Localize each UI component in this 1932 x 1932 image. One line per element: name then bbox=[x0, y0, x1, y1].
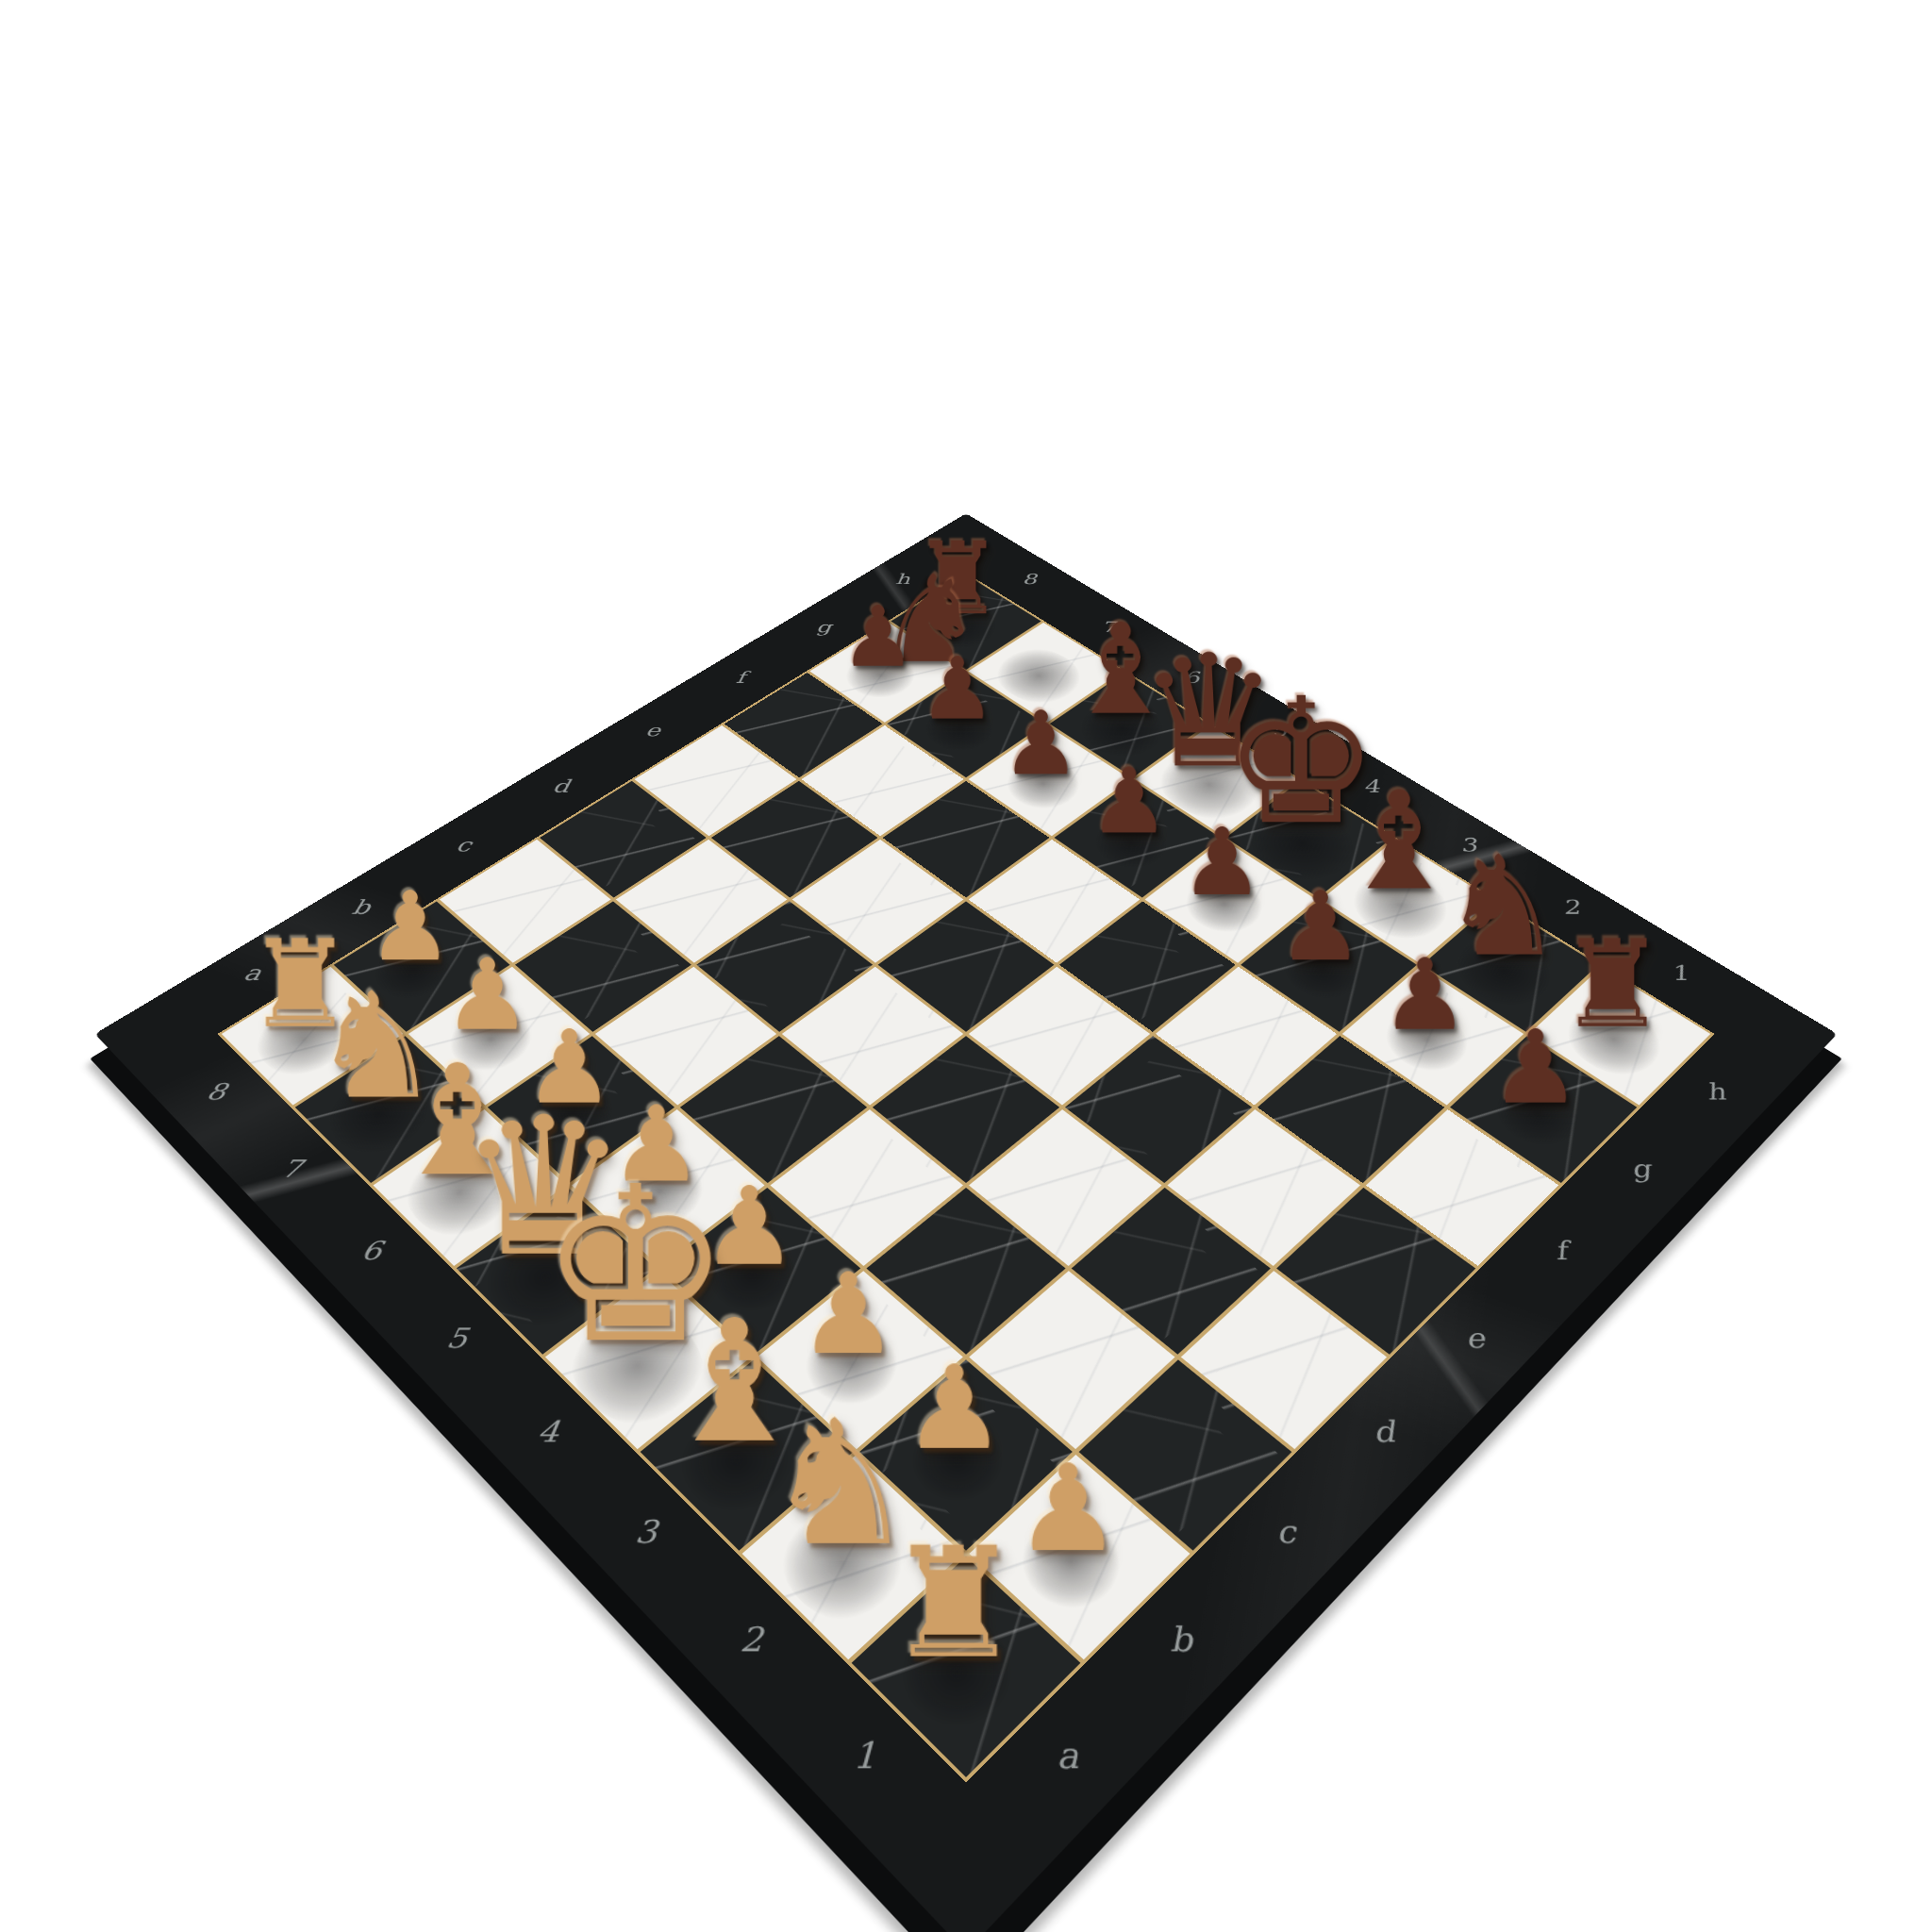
coordinate-label: f bbox=[721, 668, 758, 691]
coordinate-label: d bbox=[540, 775, 582, 801]
coordinate-label: c bbox=[441, 834, 485, 861]
coordinate-label: 5 bbox=[429, 1322, 484, 1362]
chess-board: ♜♞♝♛♚♝♞♜♟♟♟♟♟♟♟♟♟♟♟♟♟♟♟♟♜♞♝♛♚♝♞♜ hh88gg7… bbox=[95, 513, 1838, 1932]
black-pawn: ♟ bbox=[1381, 948, 1470, 1041]
coordinate-label: b bbox=[1154, 1620, 1209, 1670]
black-pawn: ♟ bbox=[1089, 758, 1170, 844]
coordinate-label: e bbox=[633, 721, 673, 745]
board-grid: ♜♞♝♛♚♝♞♜♟♟♟♟♟♟♟♟♟♟♟♟♟♟♟♟♜♞♝♛♚♝♞♜ bbox=[218, 573, 1715, 1782]
product-photo-scene: ♜♞♝♛♚♝♞♜♟♟♟♟♟♟♟♟♟♟♟♟♟♟♟♟♜♞♝♛♚♝♞♜ hh88gg7… bbox=[0, 0, 1932, 1932]
square-d1 bbox=[1181, 1271, 1387, 1449]
coordinate-label: f bbox=[1534, 1235, 1588, 1273]
black-pawn: ♟ bbox=[919, 648, 995, 729]
coordinate-label: 4 bbox=[520, 1414, 575, 1457]
black-pawn: ♟ bbox=[1277, 881, 1363, 972]
black-pawn: ♟ bbox=[841, 597, 915, 676]
coordinate-label: 8 bbox=[189, 1078, 241, 1111]
square-g1: ♟ bbox=[1450, 1036, 1637, 1183]
coordinate-label: c bbox=[1258, 1513, 1314, 1559]
coordinate-label: d bbox=[1357, 1414, 1411, 1457]
coordinate-label: 8 bbox=[1012, 571, 1046, 591]
white-pawn: ♟ bbox=[1014, 1452, 1122, 1566]
coordinate-label: g bbox=[806, 618, 841, 640]
white-pawn: ♟ bbox=[367, 881, 453, 972]
coordinate-label: 1 bbox=[836, 1734, 891, 1788]
white-rook: ♜ bbox=[885, 1530, 1023, 1675]
coordinate-label: 3 bbox=[618, 1513, 674, 1559]
coordinate-label: g bbox=[1615, 1155, 1669, 1191]
black-pawn: ♟ bbox=[1180, 818, 1263, 907]
white-pawn: ♟ bbox=[443, 948, 532, 1041]
coordinate-label: a bbox=[1040, 1734, 1095, 1788]
square-f1 bbox=[1366, 1109, 1558, 1266]
black-pawn: ♟ bbox=[1002, 702, 1081, 786]
coordinate-label: h bbox=[1690, 1078, 1743, 1111]
white-pawn: ♟ bbox=[798, 1261, 898, 1368]
coordinate-label: 2 bbox=[723, 1620, 778, 1670]
coordinate-label: e bbox=[1449, 1322, 1504, 1362]
coordinate-label: 7 bbox=[264, 1155, 318, 1191]
coordinate-label: 6 bbox=[343, 1235, 397, 1273]
white-pawn: ♟ bbox=[903, 1353, 1007, 1463]
black-pawn: ♟ bbox=[1490, 1019, 1580, 1115]
